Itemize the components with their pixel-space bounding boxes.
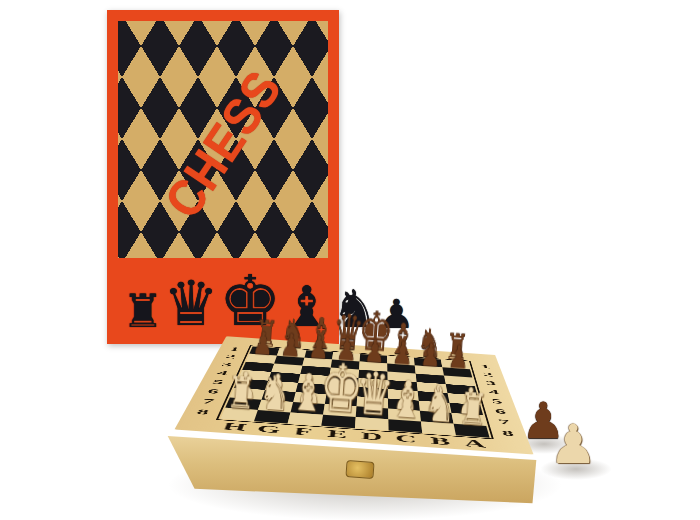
file-label-a: A bbox=[463, 437, 487, 450]
file-label-e: E bbox=[327, 427, 348, 440]
piece-light-rook: ♜ bbox=[225, 370, 256, 416]
rank-label-right-2: 2 bbox=[482, 371, 494, 378]
brass-clasp bbox=[345, 460, 374, 479]
square-b1: ♞ bbox=[421, 422, 456, 436]
file-label-f: F bbox=[293, 425, 313, 438]
rook-silhouette-icon: ♜ bbox=[122, 292, 163, 331]
rank-label-left-8: 8 bbox=[195, 407, 211, 416]
rank-label-right-4: 4 bbox=[488, 388, 501, 396]
piece-dark-pawn: ♟ bbox=[447, 340, 470, 373]
rank-label-right-6: 6 bbox=[494, 407, 507, 416]
rank-label-left-2: 2 bbox=[224, 353, 237, 360]
product-photo: CHESS ♜♛♚♝♞♟ ♜♞♝♛♚♝♞♜♟♟♟♟♟♟♟♟♟♟♟♟♟♟♟♟♜♞♝… bbox=[0, 0, 700, 520]
piece-dark-pawn: ♟ bbox=[251, 326, 274, 359]
rank-label-left-6: 6 bbox=[206, 387, 220, 395]
board-grid: ♜♞♝♛♚♝♞♜♟♟♟♟♟♟♟♟♟♟♟♟♟♟♟♟♜♞♝♚♛♝♞♜ bbox=[220, 346, 489, 437]
square-d1: ♛ bbox=[355, 417, 389, 431]
piece-dark-pawn: ♟ bbox=[419, 338, 442, 371]
rank-label-right-1: 1 bbox=[479, 363, 490, 370]
piece-dark-pawn: ♟ bbox=[279, 328, 302, 361]
file-label-d: D bbox=[361, 430, 383, 443]
rank-label-right-5: 5 bbox=[491, 397, 504, 405]
square-c1: ♝ bbox=[388, 419, 422, 433]
piece-light-bishop: ♝ bbox=[389, 374, 426, 427]
rank-label-left-5: 5 bbox=[211, 378, 225, 386]
square-e1: ♚ bbox=[321, 415, 355, 429]
rank-label-left-4: 4 bbox=[216, 369, 229, 376]
piece-light-rook: ♜ bbox=[457, 386, 488, 432]
board-surface: ♜♞♝♛♚♝♞♜♟♟♟♟♟♟♟♟♟♟♟♟♟♟♟♟♜♞♝♚♛♝♞♜ HGFEDCB… bbox=[174, 336, 533, 454]
file-label-g: G bbox=[255, 423, 281, 436]
piece-light-knight: ♞ bbox=[423, 380, 457, 429]
file-label-c: C bbox=[395, 432, 417, 445]
file-label-h: H bbox=[221, 420, 248, 433]
rank-label-left-7: 7 bbox=[201, 397, 216, 406]
rank-label-right-8: 8 bbox=[501, 428, 515, 438]
spare-light-pawn: ♟ bbox=[549, 418, 597, 472]
rank-label-right-7: 7 bbox=[497, 417, 511, 426]
rank-label-left-1: 1 bbox=[228, 346, 240, 352]
file-label-b: B bbox=[430, 434, 451, 447]
piece-light-knight: ♞ bbox=[257, 368, 291, 417]
square-g1: ♞ bbox=[254, 410, 291, 423]
chess-board: ♜♞♝♛♚♝♞♜♟♟♟♟♟♟♟♟♟♟♟♟♟♟♟♟♜♞♝♚♛♝♞♜ HGFEDCB… bbox=[174, 82, 534, 442]
square-h1: ♜ bbox=[220, 408, 258, 421]
square-a1: ♜ bbox=[454, 424, 490, 438]
